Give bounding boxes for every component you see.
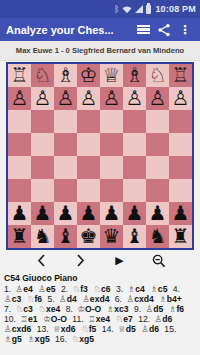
board-square[interactable]: ♙: [100, 87, 123, 110]
move-number: 5.: [47, 294, 54, 304]
board-square[interactable]: [31, 179, 54, 202]
board-container: ♖♘♗♔♕♗♘♖♙♙♙♙♙♙♙♙♟♟♟♟♟♟♟♟♜♞♝♚♛♝♞♜: [0, 62, 200, 250]
figurine-pawn-icon: ♙: [38, 284, 46, 294]
move[interactable]: ♙cxd6: [4, 324, 31, 334]
board-square[interactable]: ♝: [54, 225, 77, 248]
figurine-pawn-icon: ♙: [126, 294, 134, 304]
move[interactable]: ♙d6: [141, 324, 159, 334]
board-square[interactable]: [8, 156, 31, 179]
board-square[interactable]: [77, 110, 100, 133]
figurine-bishop-icon: ♗: [107, 304, 115, 314]
board-square[interactable]: ♕: [100, 64, 123, 87]
move[interactable]: ♘e7: [116, 314, 133, 324]
move-number: 7.: [4, 304, 11, 314]
white-knight: ♘: [34, 64, 52, 87]
move-number: 16.: [55, 334, 67, 344]
black-pawn: ♟: [57, 202, 75, 225]
figurine-knight-icon: ♘: [93, 284, 101, 294]
board-square[interactable]: [169, 133, 192, 156]
board-square[interactable]: ♙: [123, 87, 146, 110]
board-square[interactable]: [146, 133, 169, 156]
move-list-icon[interactable]: [134, 21, 152, 39]
board-square[interactable]: [100, 156, 123, 179]
board-square[interactable]: ♞: [31, 225, 54, 248]
figurine-king-icon: ♔: [77, 304, 85, 314]
board-square[interactable]: [54, 156, 77, 179]
move[interactable]: ♘f5: [81, 324, 96, 334]
board-square[interactable]: [77, 133, 100, 156]
move[interactable]: ♘c3: [16, 304, 33, 314]
figurine-bishop-icon: ♗: [27, 334, 35, 344]
white-pawn: ♙: [80, 87, 98, 110]
move-number: 2.: [61, 284, 68, 294]
black-queen: ♛: [103, 225, 121, 248]
board-square[interactable]: ♗: [54, 64, 77, 87]
black-rook: ♜: [11, 225, 29, 248]
figurine-king-icon: ♔: [43, 314, 51, 324]
move-number: 8.: [66, 304, 73, 314]
move[interactable]: ♗xg5: [27, 334, 50, 344]
board-square[interactable]: [100, 133, 123, 156]
board-square[interactable]: [169, 179, 192, 202]
move-number: 6.: [115, 294, 122, 304]
move[interactable]: ♙d6: [155, 314, 173, 324]
opening-name: C54 Giuoco Piano: [4, 273, 196, 283]
black-knight: ♞: [149, 225, 167, 248]
board-square[interactable]: [123, 179, 146, 202]
board-square[interactable]: [54, 110, 77, 133]
board-square[interactable]: ♘: [31, 64, 54, 87]
board-square[interactable]: ♟: [8, 202, 31, 225]
move[interactable]: ♗c5: [150, 284, 167, 294]
board-square[interactable]: ♙: [8, 87, 31, 110]
figurine-bishop-icon: ♗: [150, 284, 158, 294]
move-number: 3.: [116, 284, 123, 294]
board-square[interactable]: ♙: [169, 87, 192, 110]
game-header: Max Euwe 1 - 0 Siegfried Bernard van Min…: [0, 41, 200, 61]
move[interactable]: ♗c4: [127, 284, 144, 294]
figurine-knight-icon: ♘: [71, 334, 79, 344]
figurine-pawn-icon: ♙: [141, 324, 149, 334]
move[interactable]: ♕xd6: [53, 324, 76, 334]
move[interactable]: ♔O-O: [43, 314, 67, 324]
board-square[interactable]: ♞: [146, 225, 169, 248]
black-king: ♚: [80, 225, 98, 248]
board-square[interactable]: [169, 110, 192, 133]
move-number: 14.: [102, 324, 114, 334]
move[interactable]: ♖e1: [20, 314, 37, 324]
figurine-knight-icon: ♘: [72, 284, 80, 294]
move[interactable]: ♘xe4: [38, 304, 60, 314]
black-pawn: ♟: [149, 202, 167, 225]
move[interactable]: ♙cxd4: [126, 294, 153, 304]
zoom-out-icon[interactable]: [151, 253, 166, 268]
move[interactable]: ♘f6: [27, 294, 42, 304]
white-pawn: ♙: [34, 87, 52, 110]
figurine-pawn-icon: ♙: [4, 324, 12, 334]
board-square[interactable]: [123, 156, 146, 179]
board-square[interactable]: ♟: [77, 202, 100, 225]
board-square[interactable]: ♖: [169, 64, 192, 87]
figurine-knight-icon: ♘: [27, 294, 35, 304]
board-square[interactable]: [146, 110, 169, 133]
move[interactable]: ♗b4+: [159, 294, 182, 304]
figurine-pawn-icon: ♙: [146, 304, 154, 314]
board-square[interactable]: [31, 110, 54, 133]
move[interactable]: ♖xe4: [88, 314, 110, 324]
figurine-knight-icon: ♘: [116, 314, 124, 324]
figurine-queen-icon: ♕: [53, 324, 61, 334]
board-square[interactable]: [123, 133, 146, 156]
board-square[interactable]: [54, 133, 77, 156]
white-pawn: ♙: [126, 87, 144, 110]
board-square[interactable]: ♜: [169, 225, 192, 248]
move[interactable]: ♙d4: [59, 294, 77, 304]
white-king: ♔: [80, 64, 98, 87]
move[interactable]: ♙exd4: [82, 294, 109, 304]
board-square[interactable]: [31, 156, 54, 179]
board-square[interactable]: ♔: [77, 64, 100, 87]
move[interactable]: ♙c3: [4, 294, 21, 304]
board-square[interactable]: ♘: [146, 64, 169, 87]
black-pawn: ♟: [126, 202, 144, 225]
move[interactable]: ♘c6: [93, 284, 110, 294]
board-square[interactable]: [77, 179, 100, 202]
play-icon[interactable]: ▶: [112, 253, 127, 268]
board-square[interactable]: ♗: [123, 64, 146, 87]
bluetooth-icon: ᛒ: [114, 5, 119, 14]
move-number: 11.: [72, 314, 83, 324]
board-square[interactable]: [8, 133, 31, 156]
move[interactable]: ♗f6: [169, 304, 184, 314]
share-icon[interactable]: [155, 21, 173, 39]
black-pawn: ♟: [172, 202, 190, 225]
figurine-bishop-icon: ♗: [4, 334, 12, 344]
black-pawn: ♟: [11, 202, 29, 225]
figurine-pawn-icon: ♙: [155, 314, 163, 324]
board-square[interactable]: ♙: [31, 87, 54, 110]
board-square[interactable]: [100, 110, 123, 133]
board-square[interactable]: ♜: [8, 225, 31, 248]
move-number: 4.: [173, 284, 180, 294]
move[interactable]: ♘f3: [72, 284, 87, 294]
move[interactable]: ♗xc3: [107, 304, 129, 314]
board-square[interactable]: [54, 179, 77, 202]
figurine-knight-icon: ♘: [38, 304, 46, 314]
wifi-icon: [122, 5, 132, 14]
move-list: 1. ♙e4 ♙e5 2. ♘f3 ♘c6 3. ♗c4 ♗c5 4. ♙c3 …: [0, 284, 200, 344]
figurine-queen-icon: ♕: [118, 324, 126, 334]
board-square[interactable]: ♟: [169, 202, 192, 225]
previous-move-icon[interactable]: [34, 253, 49, 268]
board-square[interactable]: [169, 156, 192, 179]
move-number: 13.: [37, 324, 49, 334]
board-square[interactable]: ♙: [77, 87, 100, 110]
status-bar: ᛒ 10:08 PM: [0, 0, 200, 18]
figurine-bishop-icon: ♗: [159, 294, 167, 304]
figurine-pawn-icon: ♙: [82, 294, 90, 304]
figurine-pawn-icon: ♙: [4, 294, 12, 304]
figurine-rook-icon: ♖: [88, 314, 96, 324]
move-number: 1.: [4, 284, 11, 294]
move[interactable]: ♘xg5: [71, 334, 94, 344]
white-bishop: ♗: [57, 64, 75, 87]
board-square[interactable]: ♝: [123, 225, 146, 248]
white-rook: ♖: [11, 64, 29, 87]
move-number: 9.: [134, 304, 141, 314]
figurine-knight-icon: ♘: [81, 324, 89, 334]
move[interactable]: ♔O-O: [77, 304, 101, 314]
board-square[interactable]: ♟: [123, 202, 146, 225]
move-number: 15.: [164, 324, 176, 334]
board-square[interactable]: [146, 156, 169, 179]
move[interactable]: ♙e5: [38, 284, 55, 294]
board-square[interactable]: ♟: [31, 202, 54, 225]
figurine-pawn-icon: ♙: [59, 294, 67, 304]
white-pawn: ♙: [11, 87, 29, 110]
chess-board: ♖♘♗♔♕♗♘♖♙♙♙♙♙♙♙♙♟♟♟♟♟♟♟♟♜♞♝♚♛♝♞♜: [6, 62, 194, 250]
board-square[interactable]: [31, 133, 54, 156]
board-square[interactable]: [123, 110, 146, 133]
board-square[interactable]: [8, 179, 31, 202]
board-square[interactable]: ♟: [54, 202, 77, 225]
cellular-signal-icon: [135, 5, 143, 13]
board-square[interactable]: ♙: [146, 87, 169, 110]
figurine-rook-icon: ♖: [20, 314, 28, 324]
move[interactable]: ♕d5: [118, 324, 136, 334]
white-rook: ♖: [172, 64, 190, 87]
black-bishop: ♝: [126, 225, 144, 248]
white-knight: ♘: [149, 64, 167, 87]
move-number: 12.: [138, 314, 150, 324]
board-square[interactable]: ♟: [100, 202, 123, 225]
white-pawn: ♙: [57, 87, 75, 110]
app-title: Analyze your Ches...: [6, 24, 131, 36]
board-square[interactable]: [77, 156, 100, 179]
board-square[interactable]: [8, 110, 31, 133]
move[interactable]: ♙d5: [146, 304, 164, 314]
board-square[interactable]: ♟: [146, 202, 169, 225]
white-bishop: ♗: [126, 64, 144, 87]
figurine-pawn-icon: ♙: [16, 284, 24, 294]
board-square[interactable]: ♖: [8, 64, 31, 87]
black-bishop: ♝: [57, 225, 75, 248]
status-clock: 10:08 PM: [155, 4, 196, 14]
battery-icon: [146, 5, 151, 14]
white-pawn: ♙: [172, 87, 190, 110]
board-square[interactable]: ♙: [54, 87, 77, 110]
move[interactable]: ♗g5: [4, 334, 22, 344]
app-bar: Analyze your Ches... ⋮: [0, 18, 200, 41]
board-square[interactable]: ♛: [100, 225, 123, 248]
move[interactable]: ♙e4: [16, 284, 33, 294]
navigation-toolbar: ▶: [0, 250, 200, 271]
black-knight: ♞: [34, 225, 52, 248]
black-pawn: ♟: [103, 202, 121, 225]
figurine-knight-icon: ♘: [16, 304, 24, 314]
overflow-menu-icon[interactable]: ⋮: [176, 21, 194, 39]
black-rook: ♜: [172, 225, 190, 248]
white-pawn: ♙: [103, 87, 121, 110]
figurine-bishop-icon: ♗: [169, 304, 177, 314]
next-move-icon[interactable]: [73, 253, 88, 268]
black-pawn: ♟: [80, 202, 98, 225]
move-number: 10.: [4, 314, 16, 324]
board-square[interactable]: [146, 179, 169, 202]
black-pawn: ♟: [34, 202, 52, 225]
board-square[interactable]: ♚: [77, 225, 100, 248]
board-square[interactable]: [100, 179, 123, 202]
white-queen: ♕: [103, 64, 121, 87]
white-pawn: ♙: [149, 87, 167, 110]
figurine-bishop-icon: ♗: [127, 284, 135, 294]
